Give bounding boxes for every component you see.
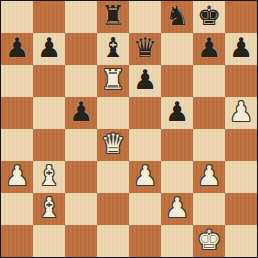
square-d1[interactable]	[97, 225, 129, 257]
square-e1[interactable]	[129, 225, 161, 257]
square-d4[interactable]: ♛	[97, 129, 129, 161]
square-f2[interactable]: ♟	[161, 193, 193, 225]
square-g7[interactable]: ♟	[193, 33, 225, 65]
square-c3[interactable]	[65, 161, 97, 193]
black-pawn[interactable]: ♟	[37, 32, 61, 64]
black-bishop[interactable]: ♝	[101, 32, 125, 64]
square-g5[interactable]	[193, 97, 225, 129]
chess-board: ♜♞♚♟♟♝♛♟♟♜♟♟♟♟♛♟♝♟♟♝♟♚	[1, 1, 257, 257]
square-d5[interactable]	[97, 97, 129, 129]
square-d6[interactable]: ♜	[97, 65, 129, 97]
black-pawn[interactable]: ♟	[69, 96, 93, 128]
black-pawn[interactable]: ♟	[133, 64, 157, 96]
chess-board-frame: ♜♞♚♟♟♝♛♟♟♜♟♟♟♟♛♟♝♟♟♝♟♚	[0, 0, 258, 258]
square-c2[interactable]	[65, 193, 97, 225]
square-b6[interactable]	[33, 65, 65, 97]
white-bishop[interactable]: ♝	[37, 160, 61, 192]
square-f8[interactable]: ♞	[161, 1, 193, 33]
square-f4[interactable]	[161, 129, 193, 161]
white-rook[interactable]: ♜	[101, 64, 125, 96]
square-c8[interactable]	[65, 1, 97, 33]
square-e6[interactable]: ♟	[129, 65, 161, 97]
square-c6[interactable]	[65, 65, 97, 97]
square-b7[interactable]: ♟	[33, 33, 65, 65]
square-a2[interactable]	[1, 193, 33, 225]
square-g8[interactable]: ♚	[193, 1, 225, 33]
square-f6[interactable]	[161, 65, 193, 97]
square-h1[interactable]	[225, 225, 257, 257]
square-g3[interactable]: ♟	[193, 161, 225, 193]
square-e8[interactable]	[129, 1, 161, 33]
square-b3[interactable]: ♝	[33, 161, 65, 193]
square-b8[interactable]	[33, 1, 65, 33]
square-g6[interactable]	[193, 65, 225, 97]
square-f5[interactable]: ♟	[161, 97, 193, 129]
black-knight[interactable]: ♞	[165, 0, 189, 32]
square-e5[interactable]	[129, 97, 161, 129]
square-a3[interactable]: ♟	[1, 161, 33, 193]
square-h7[interactable]: ♟	[225, 33, 257, 65]
black-queen[interactable]: ♛	[133, 32, 157, 64]
square-g1[interactable]: ♚	[193, 225, 225, 257]
black-rook[interactable]: ♜	[101, 0, 125, 32]
white-queen[interactable]: ♛	[101, 128, 125, 160]
square-f7[interactable]	[161, 33, 193, 65]
square-d8[interactable]: ♜	[97, 1, 129, 33]
white-king[interactable]: ♚	[197, 224, 221, 256]
square-h2[interactable]	[225, 193, 257, 225]
square-b5[interactable]	[33, 97, 65, 129]
black-pawn[interactable]: ♟	[197, 32, 221, 64]
square-b4[interactable]	[33, 129, 65, 161]
white-pawn[interactable]: ♟	[5, 160, 29, 192]
square-c4[interactable]	[65, 129, 97, 161]
square-e2[interactable]	[129, 193, 161, 225]
square-a7[interactable]: ♟	[1, 33, 33, 65]
black-king[interactable]: ♚	[197, 0, 221, 32]
white-pawn[interactable]: ♟	[165, 192, 189, 224]
square-d2[interactable]	[97, 193, 129, 225]
white-pawn[interactable]: ♟	[197, 160, 221, 192]
square-d3[interactable]	[97, 161, 129, 193]
square-e3[interactable]: ♟	[129, 161, 161, 193]
square-h4[interactable]	[225, 129, 257, 161]
square-g2[interactable]	[193, 193, 225, 225]
square-c7[interactable]	[65, 33, 97, 65]
square-a1[interactable]	[1, 225, 33, 257]
square-h8[interactable]	[225, 1, 257, 33]
square-e7[interactable]: ♛	[129, 33, 161, 65]
white-pawn[interactable]: ♟	[133, 160, 157, 192]
black-pawn[interactable]: ♟	[5, 32, 29, 64]
square-b2[interactable]: ♝	[33, 193, 65, 225]
square-h3[interactable]	[225, 161, 257, 193]
square-e4[interactable]	[129, 129, 161, 161]
square-h5[interactable]: ♟	[225, 97, 257, 129]
white-pawn[interactable]: ♟	[229, 96, 253, 128]
square-h6[interactable]	[225, 65, 257, 97]
square-a4[interactable]	[1, 129, 33, 161]
square-g4[interactable]	[193, 129, 225, 161]
white-bishop[interactable]: ♝	[37, 192, 61, 224]
black-pawn[interactable]: ♟	[165, 96, 189, 128]
square-b1[interactable]	[33, 225, 65, 257]
square-f3[interactable]	[161, 161, 193, 193]
black-pawn[interactable]: ♟	[229, 32, 253, 64]
square-f1[interactable]	[161, 225, 193, 257]
square-d7[interactable]: ♝	[97, 33, 129, 65]
square-a8[interactable]	[1, 1, 33, 33]
square-c1[interactable]	[65, 225, 97, 257]
square-a6[interactable]	[1, 65, 33, 97]
square-c5[interactable]: ♟	[65, 97, 97, 129]
square-a5[interactable]	[1, 97, 33, 129]
